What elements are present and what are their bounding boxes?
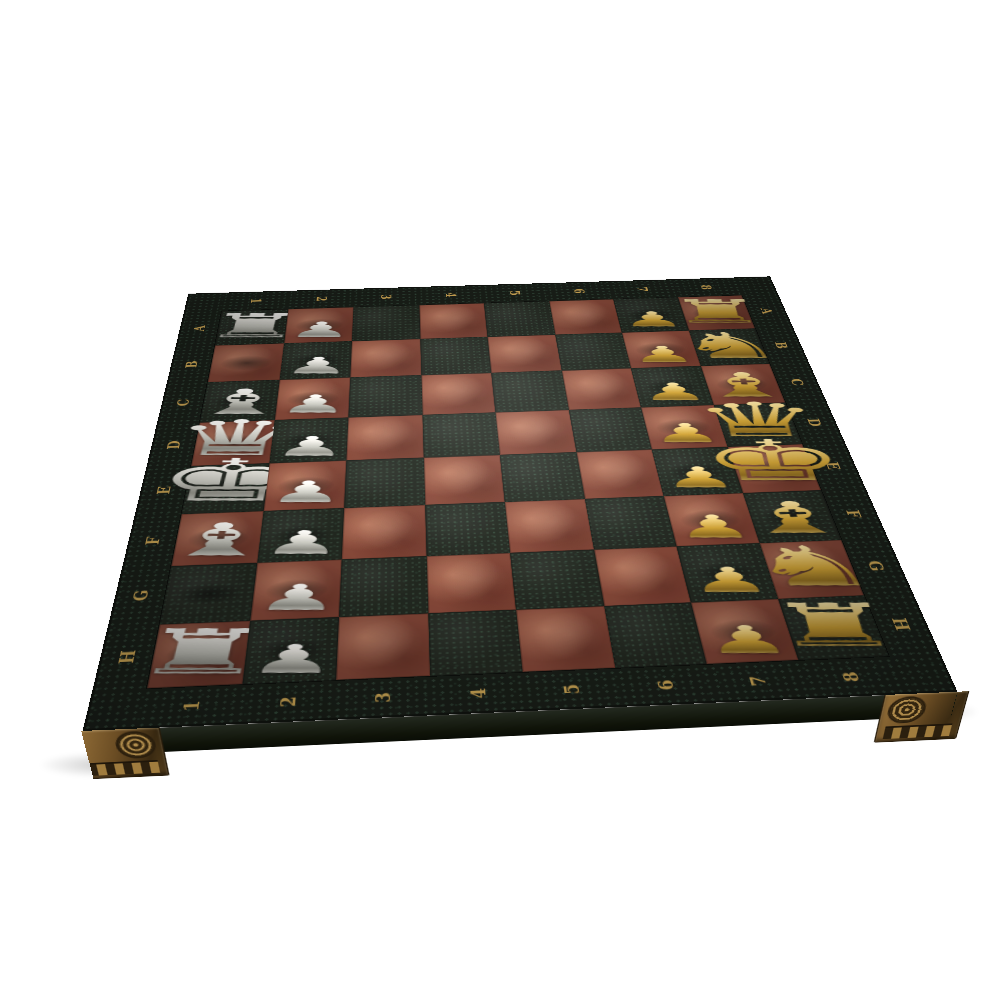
square-c8[interactable]: ♝ — [700, 364, 785, 405]
square-f2[interactable]: ♟ — [257, 508, 344, 563]
chess-grid: ♜♟♟♜♞♟♟♞♝♟♟♝♛♟♟♛♚♟♟♚♝♟♟♝♞♟♟♞♜♟♟♜ — [147, 295, 888, 688]
square-f6[interactable] — [585, 496, 677, 550]
square-g4[interactable] — [426, 553, 516, 613]
square-d2[interactable]: ♟ — [269, 417, 348, 463]
square-b3[interactable] — [350, 339, 421, 378]
square-g5[interactable] — [510, 550, 604, 610]
square-e5[interactable] — [500, 452, 585, 501]
square-e8[interactable]: ♚ — [727, 444, 821, 493]
square-d5[interactable] — [496, 410, 577, 455]
square-g1[interactable]: ♞ — [160, 563, 257, 624]
square-b1[interactable]: ♞ — [208, 343, 284, 382]
square-h1[interactable]: ♜ — [147, 620, 250, 688]
square-a4[interactable] — [419, 303, 488, 339]
product-photo-scene: 12345678 12345678 ABCDEFGH ABCDEFGH ♜♟♟♜… — [0, 0, 1000, 1000]
piece-gold-rook-h8[interactable]: ♜ — [761, 596, 910, 655]
square-e4[interactable] — [423, 455, 504, 505]
square-c6[interactable] — [561, 368, 641, 409]
square-b2[interactable]: ♟ — [279, 341, 352, 380]
piece-gold-knight-b8[interactable]: ♞ — [674, 328, 787, 364]
square-c5[interactable] — [491, 371, 568, 413]
bronze-foot-left — [69, 726, 169, 780]
bronze-foot-right — [874, 689, 970, 742]
perspective-wrapper: 12345678 12345678 ABCDEFGH ABCDEFGH ♜♟♟♜… — [0, 0, 1000, 1000]
square-h8[interactable]: ♜ — [778, 595, 889, 660]
piece-silver-pawn-a2[interactable]: ♟ — [286, 320, 353, 341]
square-c3[interactable] — [348, 375, 422, 417]
square-h5[interactable] — [516, 606, 615, 672]
square-b6[interactable] — [555, 332, 631, 370]
square-a2[interactable]: ♟ — [284, 307, 354, 343]
square-e2[interactable]: ♟ — [263, 460, 346, 510]
square-b8[interactable]: ♞ — [689, 328, 770, 366]
square-g2[interactable]: ♟ — [250, 560, 342, 621]
piece-silver-pawn-g2[interactable]: ♟ — [253, 580, 341, 616]
square-c1[interactable]: ♝ — [200, 380, 279, 422]
square-e6[interactable] — [576, 450, 664, 499]
square-g3[interactable] — [339, 556, 428, 616]
square-d3[interactable] — [346, 415, 423, 461]
square-g6[interactable] — [594, 546, 691, 605]
square-d4[interactable] — [422, 412, 500, 458]
square-h6[interactable] — [604, 602, 707, 668]
piece-silver-pawn-f2[interactable]: ♟ — [260, 527, 344, 559]
board-front-edge — [81, 692, 958, 756]
piece-gold-rook-a8[interactable]: ♜ — [666, 296, 771, 328]
square-c4[interactable] — [421, 373, 495, 415]
square-f3[interactable] — [342, 505, 426, 560]
square-h3[interactable] — [336, 613, 430, 680]
piece-silver-pawn-b2[interactable]: ♟ — [282, 354, 352, 377]
square-g8[interactable]: ♞ — [759, 540, 863, 599]
square-f5[interactable] — [505, 499, 594, 553]
square-e1[interactable]: ♚ — [182, 463, 269, 514]
square-h2[interactable]: ♟ — [242, 617, 339, 684]
square-a3[interactable] — [352, 305, 420, 341]
square-e3[interactable] — [344, 458, 425, 508]
square-d6[interactable] — [568, 407, 651, 452]
square-d7[interactable]: ♟ — [641, 405, 727, 450]
piece-silver-pawn-c2[interactable]: ♟ — [277, 392, 350, 417]
piece-silver-pawn-h2[interactable]: ♟ — [246, 640, 339, 680]
square-b5[interactable] — [488, 335, 562, 373]
chess-board: 12345678 12345678 ABCDEFGH ABCDEFGH ♜♟♟♜… — [83, 276, 958, 731]
piece-gold-bishop-f8[interactable]: ♝ — [735, 496, 853, 539]
square-a6[interactable] — [549, 299, 622, 334]
square-a5[interactable] — [484, 301, 555, 336]
piece-silver-pawn-e2[interactable]: ♟ — [266, 478, 346, 508]
square-c2[interactable]: ♟ — [274, 378, 350, 420]
square-f4[interactable] — [425, 502, 510, 557]
piece-gold-knight-g8[interactable]: ♞ — [741, 539, 886, 594]
square-h4[interactable] — [428, 609, 523, 676]
square-b4[interactable] — [420, 337, 491, 376]
